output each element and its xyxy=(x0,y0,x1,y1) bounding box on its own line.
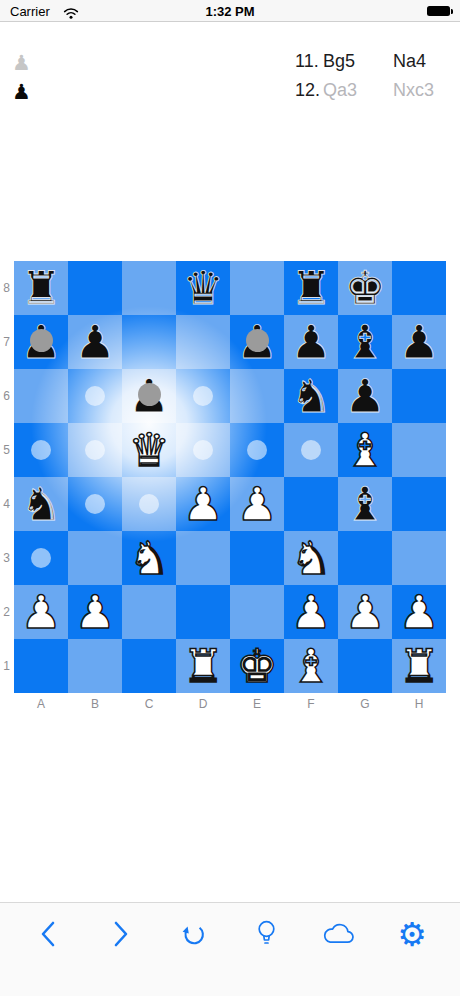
piece-white-rook: ♜ xyxy=(176,639,230,693)
square-g4[interactable]: ♝ xyxy=(338,477,392,531)
square-a8[interactable]: ♜ xyxy=(14,261,68,315)
file-label: D xyxy=(176,697,230,711)
square-b8[interactable] xyxy=(68,261,122,315)
square-a2[interactable]: ♟ xyxy=(14,585,68,639)
square-g1[interactable] xyxy=(338,639,392,693)
flip-board-button[interactable] xyxy=(174,915,214,955)
square-h6[interactable] xyxy=(392,369,446,423)
settings-button[interactable]: ⚙ xyxy=(392,915,432,955)
square-h2[interactable]: ♟ xyxy=(392,585,446,639)
square-c8[interactable] xyxy=(122,261,176,315)
square-e4[interactable]: ♟ xyxy=(230,477,284,531)
black-move[interactable]: Na4 xyxy=(393,51,426,72)
move-row: ♟ 11. Bg5 Na4 xyxy=(0,51,460,77)
piece-white-knight: ♞ xyxy=(122,531,176,585)
file-labels: ABCDEFGH xyxy=(14,697,446,711)
square-h1[interactable]: ♜ xyxy=(392,639,446,693)
square-a4[interactable]: ♞ xyxy=(14,477,68,531)
legal-move-dot[interactable] xyxy=(85,440,105,460)
square-h4[interactable] xyxy=(392,477,446,531)
square-g2[interactable]: ♟ xyxy=(338,585,392,639)
square-d1[interactable]: ♜ xyxy=(176,639,230,693)
piece-black-pawn: ♟ xyxy=(392,315,446,369)
piece-white-pawn: ♟ xyxy=(230,477,284,531)
square-a5[interactable] xyxy=(14,423,68,477)
square-a7[interactable]: ♟ xyxy=(14,315,68,369)
square-b5[interactable] xyxy=(68,423,122,477)
square-c4[interactable] xyxy=(122,477,176,531)
square-d3[interactable] xyxy=(176,531,230,585)
rotate-arrow-icon xyxy=(180,920,208,951)
piece-white-queen: ♛ xyxy=(122,423,176,477)
square-b6[interactable] xyxy=(68,369,122,423)
chess-board[interactable]: ♜♛♜♚♟♟♟♟♝♟♟♞♟♛♝♞♟♟♝♞♞♟♟♟♟♟♜♚♝♜ xyxy=(14,261,446,693)
legal-move-dot[interactable] xyxy=(139,494,159,514)
black-move[interactable]: Nxc3 xyxy=(393,80,434,101)
square-g3[interactable] xyxy=(338,531,392,585)
square-b7[interactable]: ♟ xyxy=(68,315,122,369)
file-label: A xyxy=(14,697,68,711)
rank-label: 7 xyxy=(0,315,13,369)
piece-white-bishop: ♝ xyxy=(338,423,392,477)
cloud-icon xyxy=(322,923,356,948)
square-a6[interactable] xyxy=(14,369,68,423)
clock: 1:32 PM xyxy=(0,4,460,19)
piece-white-pawn: ♟ xyxy=(68,585,122,639)
piece-black-pawn: ♟ xyxy=(68,315,122,369)
legal-move-dot[interactable] xyxy=(85,494,105,514)
piece-white-pawn: ♟ xyxy=(176,477,230,531)
piece-black-knight: ♞ xyxy=(14,477,68,531)
white-pawn-icon: ♟ xyxy=(12,51,31,75)
square-f7[interactable]: ♟ xyxy=(284,315,338,369)
square-f2[interactable]: ♟ xyxy=(284,585,338,639)
square-e8[interactable] xyxy=(230,261,284,315)
legal-move-dot[interactable] xyxy=(193,440,213,460)
legal-move-dot[interactable] xyxy=(301,440,321,460)
legal-move-dot[interactable] xyxy=(31,440,51,460)
chevron-right-icon xyxy=(112,920,130,951)
piece-white-knight: ♞ xyxy=(284,531,338,585)
status-bar: Carrier 1:32 PM xyxy=(0,0,460,22)
capture-target-dot[interactable] xyxy=(138,383,161,406)
capture-target-dot[interactable] xyxy=(30,329,53,352)
piece-black-pawn: ♟ xyxy=(284,315,338,369)
piece-black-bishop: ♝ xyxy=(338,477,392,531)
square-f1[interactable]: ♝ xyxy=(284,639,338,693)
square-a3[interactable] xyxy=(14,531,68,585)
rank-label: 4 xyxy=(0,477,13,531)
file-label: B xyxy=(68,697,122,711)
square-h3[interactable] xyxy=(392,531,446,585)
square-d2[interactable] xyxy=(176,585,230,639)
piece-white-pawn: ♟ xyxy=(338,585,392,639)
piece-black-rook: ♜ xyxy=(284,261,338,315)
square-e7[interactable]: ♟ xyxy=(230,315,284,369)
file-label: H xyxy=(392,697,446,711)
piece-black-rook: ♜ xyxy=(14,261,68,315)
square-g5[interactable]: ♝ xyxy=(338,423,392,477)
rank-label: 2 xyxy=(0,585,13,639)
file-label: G xyxy=(338,697,392,711)
square-d6[interactable] xyxy=(176,369,230,423)
square-h5[interactable] xyxy=(392,423,446,477)
rank-labels: 87654321 xyxy=(0,261,13,693)
cloud-button[interactable] xyxy=(319,915,359,955)
capture-target-dot[interactable] xyxy=(246,329,269,352)
legal-move-dot[interactable] xyxy=(247,440,267,460)
rank-label: 3 xyxy=(0,531,13,585)
square-b1[interactable] xyxy=(68,639,122,693)
square-b2[interactable]: ♟ xyxy=(68,585,122,639)
piece-black-bishop: ♝ xyxy=(338,315,392,369)
square-c6[interactable]: ♟ xyxy=(122,369,176,423)
lightbulb-icon xyxy=(256,919,277,951)
square-e3[interactable] xyxy=(230,531,284,585)
chevron-left-icon xyxy=(39,920,57,951)
square-b4[interactable] xyxy=(68,477,122,531)
back-button[interactable] xyxy=(28,915,68,955)
square-g7[interactable]: ♝ xyxy=(338,315,392,369)
white-move[interactable]: Bg5 xyxy=(323,51,355,72)
piece-black-king: ♚ xyxy=(338,261,392,315)
forward-button[interactable] xyxy=(101,915,141,955)
square-f5[interactable] xyxy=(284,423,338,477)
piece-white-bishop: ♝ xyxy=(284,639,338,693)
square-a1[interactable] xyxy=(14,639,68,693)
piece-white-pawn: ♟ xyxy=(14,585,68,639)
square-e1[interactable]: ♚ xyxy=(230,639,284,693)
square-c3[interactable]: ♞ xyxy=(122,531,176,585)
square-d5[interactable] xyxy=(176,423,230,477)
piece-black-knight: ♞ xyxy=(284,369,338,423)
square-e6[interactable] xyxy=(230,369,284,423)
file-label: F xyxy=(284,697,338,711)
move-row: ♟ 12. Qa3 Nxc3 xyxy=(0,80,460,106)
square-f6[interactable]: ♞ xyxy=(284,369,338,423)
square-d8[interactable]: ♛ xyxy=(176,261,230,315)
square-d7[interactable] xyxy=(176,315,230,369)
square-h8[interactable] xyxy=(392,261,446,315)
square-c7[interactable] xyxy=(122,315,176,369)
hint-button[interactable] xyxy=(246,915,286,955)
square-c1[interactable] xyxy=(122,639,176,693)
bottom-toolbar: ⚙ xyxy=(0,902,460,996)
square-g8[interactable]: ♚ xyxy=(338,261,392,315)
battery-icon xyxy=(427,6,450,16)
legal-move-dot[interactable] xyxy=(31,548,51,568)
square-c2[interactable] xyxy=(122,585,176,639)
move-number: 11. xyxy=(295,51,319,72)
piece-white-pawn: ♟ xyxy=(392,585,446,639)
piece-white-pawn: ♟ xyxy=(284,585,338,639)
piece-white-king: ♚ xyxy=(230,639,284,693)
piece-black-pawn: ♟ xyxy=(338,369,392,423)
gear-icon: ⚙ xyxy=(397,917,427,953)
rank-label: 1 xyxy=(0,639,13,693)
square-e5[interactable] xyxy=(230,423,284,477)
legal-move-dot[interactable] xyxy=(193,386,213,406)
square-g6[interactable]: ♟ xyxy=(338,369,392,423)
piece-white-rook: ♜ xyxy=(392,639,446,693)
white-move[interactable]: Qa3 xyxy=(323,80,357,101)
square-f4[interactable] xyxy=(284,477,338,531)
square-e2[interactable] xyxy=(230,585,284,639)
rank-label: 6 xyxy=(0,369,13,423)
file-label: E xyxy=(230,697,284,711)
rank-label: 8 xyxy=(0,261,13,315)
rank-label: 5 xyxy=(0,423,13,477)
legal-move-dot[interactable] xyxy=(85,386,105,406)
square-d4[interactable]: ♟ xyxy=(176,477,230,531)
black-pawn-icon: ♟ xyxy=(12,80,31,104)
move-number: 12. xyxy=(295,80,320,101)
square-c5[interactable]: ♛ xyxy=(122,423,176,477)
square-b3[interactable] xyxy=(68,531,122,585)
square-f3[interactable]: ♞ xyxy=(284,531,338,585)
file-label: C xyxy=(122,697,176,711)
piece-black-queen: ♛ xyxy=(176,261,230,315)
square-f8[interactable]: ♜ xyxy=(284,261,338,315)
square-h7[interactable]: ♟ xyxy=(392,315,446,369)
